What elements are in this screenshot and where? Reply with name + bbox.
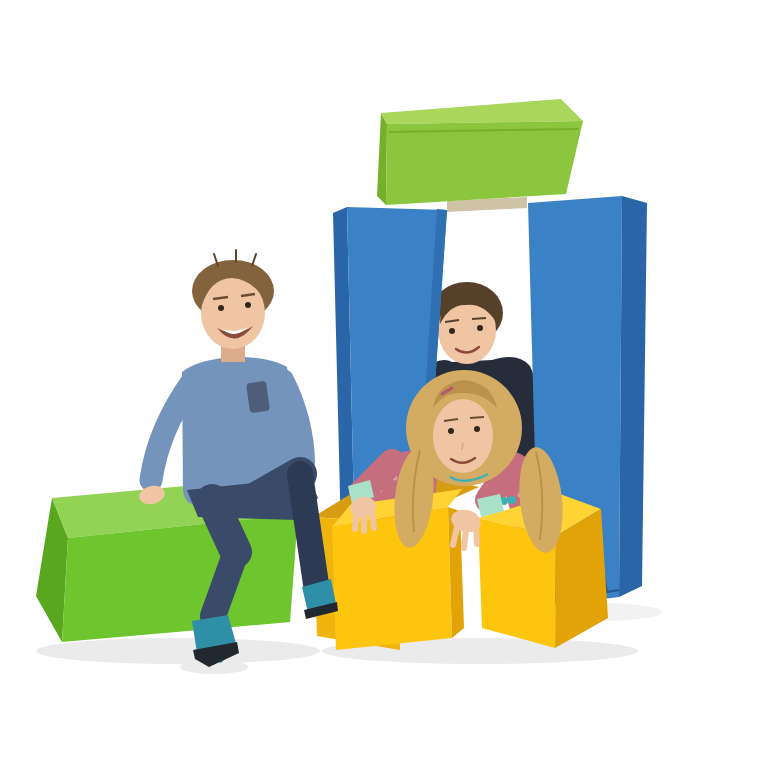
front-left-cube-front-face — [332, 507, 452, 650]
girl-nose — [462, 444, 463, 449]
boy-sitting-shirt-print — [246, 381, 270, 413]
foam-blocks-scene — [0, 0, 768, 768]
boy-peeking-eye-right — [477, 325, 483, 331]
photo-stage — [0, 0, 768, 768]
boy-sitting-eye-left — [218, 305, 224, 311]
girl-eye-left — [448, 428, 454, 434]
right-pillar-side-face — [619, 196, 647, 597]
girl-left-fingers — [355, 513, 374, 531]
boy-sitting-eye-right — [245, 302, 251, 308]
shadow-under-bench — [36, 638, 320, 664]
green-beam-front-face — [386, 121, 583, 205]
green-beam-side-face — [377, 113, 387, 205]
girl-eye-right — [474, 426, 480, 432]
boy-peeking-eye-left — [449, 328, 455, 334]
green-beam-top-face — [381, 99, 583, 124]
boy-sitting-left-shin — [300, 474, 316, 584]
girl-bracelet-bead — [508, 496, 516, 504]
